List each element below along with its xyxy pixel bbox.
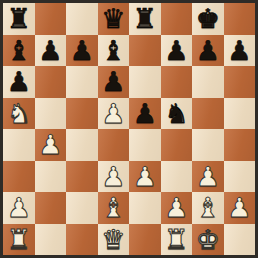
square-e4[interactable]: [129, 129, 161, 161]
square-h1[interactable]: [224, 224, 256, 256]
piece-white-knight[interactable]: ♞: [7, 98, 31, 130]
piece-black-pawn[interactable]: ♟: [70, 35, 94, 67]
square-e7[interactable]: [129, 35, 161, 67]
square-e8[interactable]: ♜: [129, 3, 161, 35]
square-f7[interactable]: ♟: [161, 35, 193, 67]
square-b3[interactable]: [35, 161, 67, 193]
square-d1[interactable]: ♛: [98, 224, 130, 256]
square-h3[interactable]: [224, 161, 256, 193]
square-b2[interactable]: [35, 192, 67, 224]
square-h6[interactable]: [224, 66, 256, 98]
square-b7[interactable]: ♟: [35, 35, 67, 67]
square-d5[interactable]: ♟: [98, 98, 130, 130]
square-a4[interactable]: [3, 129, 35, 161]
piece-black-bishop[interactable]: ♝: [101, 35, 125, 67]
square-f3[interactable]: [161, 161, 193, 193]
piece-black-queen[interactable]: ♛: [101, 3, 125, 35]
board-grid: ♜♛♜♚♝♟♟♝♟♟♟♟♟♞♟♟♞♟♟♟♟♟♝♟♝♟♜♛♜♚: [3, 3, 255, 255]
square-h5[interactable]: [224, 98, 256, 130]
chess-board: ♜♛♜♚♝♟♟♝♟♟♟♟♟♞♟♟♞♟♟♟♟♟♝♟♝♟♜♛♜♚: [0, 0, 258, 258]
piece-white-king[interactable]: ♚: [196, 224, 220, 256]
square-a8[interactable]: ♜: [3, 3, 35, 35]
square-f1[interactable]: ♜: [161, 224, 193, 256]
square-d4[interactable]: [98, 129, 130, 161]
piece-black-pawn[interactable]: ♟: [38, 35, 62, 67]
square-e3[interactable]: ♟: [129, 161, 161, 193]
piece-white-pawn[interactable]: ♟: [133, 161, 157, 193]
square-c7[interactable]: ♟: [66, 35, 98, 67]
square-c5[interactable]: [66, 98, 98, 130]
square-d8[interactable]: ♛: [98, 3, 130, 35]
piece-white-rook[interactable]: ♜: [164, 224, 188, 256]
square-g1[interactable]: ♚: [192, 224, 224, 256]
square-e5[interactable]: ♟: [129, 98, 161, 130]
piece-white-bishop[interactable]: ♝: [101, 192, 125, 224]
piece-black-rook[interactable]: ♜: [7, 3, 31, 35]
square-g4[interactable]: [192, 129, 224, 161]
square-d6[interactable]: ♟: [98, 66, 130, 98]
piece-black-knight[interactable]: ♞: [164, 98, 188, 130]
square-b1[interactable]: [35, 224, 67, 256]
square-c2[interactable]: [66, 192, 98, 224]
piece-white-pawn[interactable]: ♟: [196, 161, 220, 193]
piece-white-pawn[interactable]: ♟: [227, 192, 251, 224]
square-h2[interactable]: ♟: [224, 192, 256, 224]
square-d2[interactable]: ♝: [98, 192, 130, 224]
piece-white-queen[interactable]: ♛: [101, 224, 125, 256]
square-c4[interactable]: [66, 129, 98, 161]
square-c8[interactable]: [66, 3, 98, 35]
square-h8[interactable]: [224, 3, 256, 35]
piece-white-rook[interactable]: ♜: [7, 224, 31, 256]
square-e1[interactable]: [129, 224, 161, 256]
square-b5[interactable]: [35, 98, 67, 130]
piece-black-pawn[interactable]: ♟: [101, 66, 125, 98]
square-f8[interactable]: [161, 3, 193, 35]
square-g6[interactable]: [192, 66, 224, 98]
square-g3[interactable]: ♟: [192, 161, 224, 193]
square-b4[interactable]: ♟: [35, 129, 67, 161]
piece-black-rook[interactable]: ♜: [133, 3, 157, 35]
square-f6[interactable]: [161, 66, 193, 98]
square-g5[interactable]: [192, 98, 224, 130]
piece-black-king[interactable]: ♚: [196, 3, 220, 35]
square-b6[interactable]: [35, 66, 67, 98]
piece-black-pawn[interactable]: ♟: [227, 35, 251, 67]
piece-white-pawn[interactable]: ♟: [38, 129, 62, 161]
piece-white-bishop[interactable]: ♝: [196, 192, 220, 224]
square-f2[interactable]: ♟: [161, 192, 193, 224]
square-d7[interactable]: ♝: [98, 35, 130, 67]
square-e6[interactable]: [129, 66, 161, 98]
square-g8[interactable]: ♚: [192, 3, 224, 35]
square-e2[interactable]: [129, 192, 161, 224]
piece-black-bishop[interactable]: ♝: [7, 35, 31, 67]
piece-black-pawn[interactable]: ♟: [196, 35, 220, 67]
square-a5[interactable]: ♞: [3, 98, 35, 130]
square-g2[interactable]: ♝: [192, 192, 224, 224]
piece-black-pawn[interactable]: ♟: [164, 35, 188, 67]
square-c3[interactable]: [66, 161, 98, 193]
square-f4[interactable]: [161, 129, 193, 161]
piece-black-pawn[interactable]: ♟: [7, 66, 31, 98]
square-d3[interactable]: ♟: [98, 161, 130, 193]
square-h4[interactable]: [224, 129, 256, 161]
square-f5[interactable]: ♞: [161, 98, 193, 130]
square-c1[interactable]: [66, 224, 98, 256]
piece-black-pawn[interactable]: ♟: [133, 98, 157, 130]
square-a7[interactable]: ♝: [3, 35, 35, 67]
piece-white-pawn[interactable]: ♟: [101, 98, 125, 130]
square-a3[interactable]: [3, 161, 35, 193]
square-b8[interactable]: [35, 3, 67, 35]
square-a2[interactable]: ♟: [3, 192, 35, 224]
square-h7[interactable]: ♟: [224, 35, 256, 67]
piece-white-pawn[interactable]: ♟: [164, 192, 188, 224]
square-g7[interactable]: ♟: [192, 35, 224, 67]
piece-white-pawn[interactable]: ♟: [7, 192, 31, 224]
square-c6[interactable]: [66, 66, 98, 98]
piece-white-pawn[interactable]: ♟: [101, 161, 125, 193]
square-a1[interactable]: ♜: [3, 224, 35, 256]
square-a6[interactable]: ♟: [3, 66, 35, 98]
